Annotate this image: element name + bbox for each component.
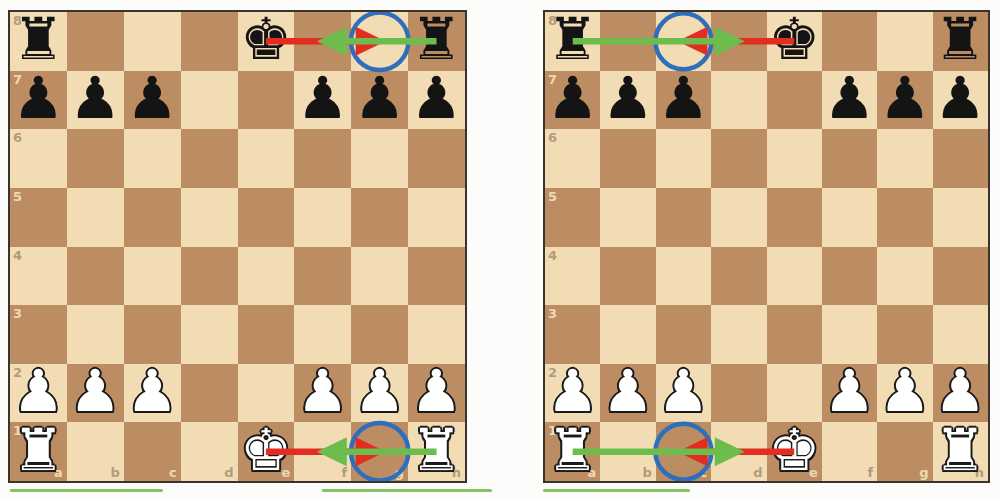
answer-underline-2 <box>322 489 492 492</box>
square-e6[interactable] <box>238 129 295 188</box>
square-a7[interactable]: 7♟ <box>545 71 600 130</box>
black-pawn[interactable]: ♟ <box>934 69 986 127</box>
white-pawn[interactable]: ♟ <box>297 362 349 420</box>
square-g8[interactable] <box>351 12 408 71</box>
square-h2[interactable]: ♟ <box>933 364 988 423</box>
square-c4[interactable] <box>656 247 711 306</box>
square-h6[interactable] <box>933 129 988 188</box>
square-e1[interactable]: e♚ <box>767 422 822 481</box>
black-pawn[interactable]: ♟ <box>354 69 406 127</box>
black-pawn[interactable]: ♟ <box>879 69 931 127</box>
square-h2[interactable]: ♟ <box>408 364 465 423</box>
square-c8[interactable] <box>124 12 181 71</box>
black-king[interactable]: ♚ <box>240 10 292 68</box>
board-grid: 8♜♚♜7♟♟♟♟♟♟65432♟♟♟♟♟♟1a♜bcde♚fgh♜ <box>10 12 465 481</box>
square-g1[interactable]: g <box>351 422 408 481</box>
answer-underline-1 <box>10 489 163 492</box>
square-e4[interactable] <box>238 247 295 306</box>
square-f8[interactable] <box>822 12 877 71</box>
square-f7[interactable]: ♟ <box>294 71 351 130</box>
square-c4[interactable] <box>124 247 181 306</box>
white-rook[interactable]: ♜ <box>547 421 599 479</box>
square-c3[interactable] <box>656 305 711 364</box>
square-d6[interactable] <box>711 129 766 188</box>
square-e2[interactable] <box>238 364 295 423</box>
square-h5[interactable] <box>933 188 988 247</box>
white-king[interactable]: ♚ <box>768 421 820 479</box>
square-g3[interactable] <box>877 305 932 364</box>
square-f8[interactable] <box>294 12 351 71</box>
square-b5[interactable] <box>67 188 124 247</box>
square-g4[interactable] <box>351 247 408 306</box>
white-pawn[interactable]: ♟ <box>411 362 463 420</box>
square-c3[interactable] <box>124 305 181 364</box>
square-h7[interactable]: ♟ <box>408 71 465 130</box>
square-g6[interactable] <box>351 129 408 188</box>
square-d2[interactable] <box>181 364 238 423</box>
black-rook[interactable]: ♜ <box>12 10 64 68</box>
square-d1[interactable]: d <box>181 422 238 481</box>
black-pawn[interactable]: ♟ <box>69 69 121 127</box>
square-f1[interactable]: f <box>822 422 877 481</box>
square-g4[interactable] <box>877 247 932 306</box>
black-pawn[interactable]: ♟ <box>126 69 178 127</box>
black-pawn[interactable]: ♟ <box>297 69 349 127</box>
square-e8[interactable]: ♚ <box>767 12 822 71</box>
square-d8[interactable] <box>181 12 238 71</box>
square-d5[interactable] <box>711 188 766 247</box>
square-a3[interactable]: 3 <box>545 305 600 364</box>
square-a1[interactable]: 1a♜ <box>545 422 600 481</box>
square-d8[interactable] <box>711 12 766 71</box>
file-label-c: c <box>699 466 707 479</box>
square-a2[interactable]: 2♟ <box>10 364 67 423</box>
black-king[interactable]: ♚ <box>768 10 820 68</box>
rank-label-5: 5 <box>13 190 22 203</box>
file-label-b: b <box>110 466 119 479</box>
square-h3[interactable] <box>933 305 988 364</box>
white-pawn[interactable]: ♟ <box>12 362 64 420</box>
square-f5[interactable] <box>822 188 877 247</box>
square-g8[interactable] <box>877 12 932 71</box>
square-e5[interactable] <box>767 188 822 247</box>
white-pawn[interactable]: ♟ <box>657 362 709 420</box>
square-f4[interactable] <box>822 247 877 306</box>
square-f2[interactable]: ♟ <box>822 364 877 423</box>
square-e4[interactable] <box>767 247 822 306</box>
square-h4[interactable] <box>933 247 988 306</box>
black-pawn[interactable]: ♟ <box>547 69 599 127</box>
square-e7[interactable] <box>767 71 822 130</box>
white-pawn[interactable]: ♟ <box>879 362 931 420</box>
square-c8[interactable] <box>656 12 711 71</box>
black-pawn[interactable]: ♟ <box>602 69 654 127</box>
square-a6[interactable]: 6 <box>545 129 600 188</box>
square-a5[interactable]: 5 <box>545 188 600 247</box>
white-pawn[interactable]: ♟ <box>547 362 599 420</box>
square-d5[interactable] <box>181 188 238 247</box>
square-f1[interactable]: f <box>294 422 351 481</box>
square-h7[interactable]: ♟ <box>933 71 988 130</box>
rank-label-3: 3 <box>548 307 557 320</box>
square-b3[interactable] <box>600 305 655 364</box>
square-d3[interactable] <box>181 305 238 364</box>
square-d3[interactable] <box>711 305 766 364</box>
square-d6[interactable] <box>181 129 238 188</box>
square-a7[interactable]: 7♟ <box>10 71 67 130</box>
square-a8[interactable]: 8♜ <box>545 12 600 71</box>
square-c5[interactable] <box>656 188 711 247</box>
square-d7[interactable] <box>181 71 238 130</box>
square-f7[interactable]: ♟ <box>822 71 877 130</box>
square-e6[interactable] <box>767 129 822 188</box>
square-e3[interactable] <box>238 305 295 364</box>
square-g5[interactable] <box>877 188 932 247</box>
square-a5[interactable]: 5 <box>10 188 67 247</box>
square-d7[interactable] <box>711 71 766 130</box>
square-g7[interactable]: ♟ <box>877 71 932 130</box>
white-pawn[interactable]: ♟ <box>824 362 876 420</box>
chessboard-kingside-castling: 8♜♚♜7♟♟♟♟♟♟65432♟♟♟♟♟♟1a♜bcde♚fgh♜ <box>8 10 467 483</box>
black-rook[interactable]: ♜ <box>411 10 463 68</box>
square-c7[interactable]: ♟ <box>656 71 711 130</box>
rank-label-6: 6 <box>13 131 22 144</box>
white-rook[interactable]: ♜ <box>934 421 986 479</box>
square-d1[interactable]: d <box>711 422 766 481</box>
black-pawn[interactable]: ♟ <box>657 69 709 127</box>
file-label-d: d <box>224 466 233 479</box>
rank-label-4: 4 <box>13 249 22 262</box>
square-g7[interactable]: ♟ <box>351 71 408 130</box>
black-rook[interactable]: ♜ <box>934 10 986 68</box>
square-h8[interactable]: ♜ <box>408 12 465 71</box>
white-king[interactable]: ♚ <box>240 421 292 479</box>
square-b6[interactable] <box>600 129 655 188</box>
file-label-g: g <box>919 466 928 479</box>
square-f6[interactable] <box>822 129 877 188</box>
white-pawn[interactable]: ♟ <box>69 362 121 420</box>
square-e3[interactable] <box>767 305 822 364</box>
file-label-f: f <box>342 466 348 479</box>
square-b2[interactable]: ♟ <box>67 364 124 423</box>
square-e5[interactable] <box>238 188 295 247</box>
rank-label-5: 5 <box>548 190 557 203</box>
square-f5[interactable] <box>294 188 351 247</box>
square-g5[interactable] <box>351 188 408 247</box>
square-a8[interactable]: 8♜ <box>10 12 67 71</box>
square-d2[interactable] <box>711 364 766 423</box>
white-pawn[interactable]: ♟ <box>934 362 986 420</box>
square-f3[interactable] <box>822 305 877 364</box>
square-h8[interactable]: ♜ <box>933 12 988 71</box>
square-g1[interactable]: g <box>877 422 932 481</box>
square-c2[interactable]: ♟ <box>656 364 711 423</box>
square-a1[interactable]: 1a♜ <box>10 422 67 481</box>
square-b4[interactable] <box>67 247 124 306</box>
square-c5[interactable] <box>124 188 181 247</box>
chessboard-queenside-castling: 8♜♚♜7♟♟♟♟♟♟65432♟♟♟♟♟♟1a♜bcde♚fgh♜ <box>543 10 990 483</box>
file-label-f: f <box>868 466 874 479</box>
file-label-b: b <box>642 466 651 479</box>
square-c7[interactable]: ♟ <box>124 71 181 130</box>
square-d4[interactable] <box>711 247 766 306</box>
white-pawn[interactable]: ♟ <box>354 362 406 420</box>
square-a4[interactable]: 4 <box>10 247 67 306</box>
square-h1[interactable]: h♜ <box>933 422 988 481</box>
square-b8[interactable] <box>600 12 655 71</box>
black-pawn[interactable]: ♟ <box>824 69 876 127</box>
square-e2[interactable] <box>767 364 822 423</box>
square-c6[interactable] <box>656 129 711 188</box>
square-b3[interactable] <box>67 305 124 364</box>
square-f6[interactable] <box>294 129 351 188</box>
square-b7[interactable]: ♟ <box>600 71 655 130</box>
square-g2[interactable]: ♟ <box>351 364 408 423</box>
rank-label-3: 3 <box>13 307 22 320</box>
square-a3[interactable]: 3 <box>10 305 67 364</box>
square-a2[interactable]: 2♟ <box>545 364 600 423</box>
square-a6[interactable]: 6 <box>10 129 67 188</box>
square-b6[interactable] <box>67 129 124 188</box>
square-d4[interactable] <box>181 247 238 306</box>
black-pawn[interactable]: ♟ <box>411 69 463 127</box>
square-e8[interactable]: ♚ <box>238 12 295 71</box>
square-h5[interactable] <box>408 188 465 247</box>
square-b7[interactable]: ♟ <box>67 71 124 130</box>
rank-label-6: 6 <box>548 131 557 144</box>
square-a4[interactable]: 4 <box>545 247 600 306</box>
square-b2[interactable]: ♟ <box>600 364 655 423</box>
square-c1[interactable]: c <box>656 422 711 481</box>
square-c6[interactable] <box>124 129 181 188</box>
square-h6[interactable] <box>408 129 465 188</box>
square-b4[interactable] <box>600 247 655 306</box>
file-label-d: d <box>753 466 762 479</box>
black-pawn[interactable]: ♟ <box>12 69 64 127</box>
white-pawn[interactable]: ♟ <box>602 362 654 420</box>
black-rook[interactable]: ♜ <box>547 10 599 68</box>
white-pawn[interactable]: ♟ <box>126 362 178 420</box>
square-f2[interactable]: ♟ <box>294 364 351 423</box>
board-grid: 8♜♚♜7♟♟♟♟♟♟65432♟♟♟♟♟♟1a♜bcde♚fgh♜ <box>545 12 988 481</box>
square-f3[interactable] <box>294 305 351 364</box>
square-f4[interactable] <box>294 247 351 306</box>
answer-underline-3 <box>543 489 690 492</box>
square-h3[interactable] <box>408 305 465 364</box>
square-h4[interactable] <box>408 247 465 306</box>
square-e7[interactable] <box>238 71 295 130</box>
square-g3[interactable] <box>351 305 408 364</box>
square-c1[interactable]: c <box>124 422 181 481</box>
square-b1[interactable]: b <box>600 422 655 481</box>
square-g6[interactable] <box>877 129 932 188</box>
square-b1[interactable]: b <box>67 422 124 481</box>
square-h1[interactable]: h♜ <box>408 422 465 481</box>
file-label-g: g <box>395 466 404 479</box>
square-e1[interactable]: e♚ <box>238 422 295 481</box>
square-b5[interactable] <box>600 188 655 247</box>
file-label-c: c <box>169 466 177 479</box>
square-b8[interactable] <box>67 12 124 71</box>
square-c2[interactable]: ♟ <box>124 364 181 423</box>
white-rook[interactable]: ♜ <box>12 421 64 479</box>
square-g2[interactable]: ♟ <box>877 364 932 423</box>
white-rook[interactable]: ♜ <box>411 421 463 479</box>
rank-label-4: 4 <box>548 249 557 262</box>
